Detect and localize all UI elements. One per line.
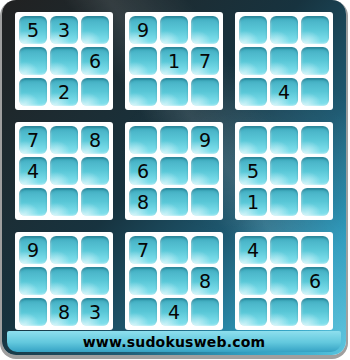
- box-2-2: 968: [125, 122, 223, 220]
- cell-r7c6[interactable]: [191, 236, 219, 264]
- cell-r6c6[interactable]: [191, 188, 219, 216]
- cell-r9c5[interactable]: 4: [160, 298, 188, 326]
- cell-r3c7[interactable]: [239, 78, 267, 106]
- cell-r7c7[interactable]: 4: [239, 236, 267, 264]
- box-3-1: 983: [15, 232, 113, 330]
- cell-r9c3[interactable]: 3: [81, 298, 109, 326]
- cell-r5c8[interactable]: [270, 157, 298, 185]
- cell-r5c2[interactable]: [50, 157, 78, 185]
- cell-r8c6[interactable]: 8: [191, 267, 219, 295]
- cell-r2c5[interactable]: 1: [160, 47, 188, 75]
- cell-r1c5[interactable]: [160, 16, 188, 44]
- cell-r3c5[interactable]: [160, 78, 188, 106]
- cell-r4c1[interactable]: 7: [19, 126, 47, 154]
- cell-r7c5[interactable]: [160, 236, 188, 264]
- cell-r5c9[interactable]: [301, 157, 329, 185]
- cell-r2c3[interactable]: 6: [81, 47, 109, 75]
- cell-r1c3[interactable]: [81, 16, 109, 44]
- cell-r1c1[interactable]: 5: [19, 16, 47, 44]
- sudoku-grid: 536291747849685198378446: [15, 12, 333, 330]
- cell-r2c7[interactable]: [239, 47, 267, 75]
- sudoku-board: 536291747849685198378446 www.sudokusweb.…: [2, 0, 346, 355]
- cell-r4c6[interactable]: 9: [191, 126, 219, 154]
- cell-r2c4[interactable]: [129, 47, 157, 75]
- cell-r4c5[interactable]: [160, 126, 188, 154]
- cell-r7c3[interactable]: [81, 236, 109, 264]
- box-2-1: 784: [15, 122, 113, 220]
- cell-r8c7[interactable]: [239, 267, 267, 295]
- cell-r5c4[interactable]: 6: [129, 157, 157, 185]
- cell-r9c1[interactable]: [19, 298, 47, 326]
- cell-r4c8[interactable]: [270, 126, 298, 154]
- cell-r5c3[interactable]: [81, 157, 109, 185]
- cell-r8c4[interactable]: [129, 267, 157, 295]
- cell-r4c9[interactable]: [301, 126, 329, 154]
- cell-r1c9[interactable]: [301, 16, 329, 44]
- cell-r8c5[interactable]: [160, 267, 188, 295]
- cell-r7c4[interactable]: 7: [129, 236, 157, 264]
- box-1-3: 4: [235, 12, 333, 110]
- cell-r4c4[interactable]: [129, 126, 157, 154]
- box-1-2: 917: [125, 12, 223, 110]
- cell-r6c5[interactable]: [160, 188, 188, 216]
- cell-r8c3[interactable]: [81, 267, 109, 295]
- cell-r8c1[interactable]: [19, 267, 47, 295]
- cell-r7c8[interactable]: [270, 236, 298, 264]
- cell-r5c6[interactable]: [191, 157, 219, 185]
- cell-r6c1[interactable]: [19, 188, 47, 216]
- cell-r6c3[interactable]: [81, 188, 109, 216]
- cell-r9c2[interactable]: 8: [50, 298, 78, 326]
- cell-r5c5[interactable]: [160, 157, 188, 185]
- cell-r5c1[interactable]: 4: [19, 157, 47, 185]
- cell-r1c7[interactable]: [239, 16, 267, 44]
- cell-r6c7[interactable]: 1: [239, 188, 267, 216]
- cell-r3c4[interactable]: [129, 78, 157, 106]
- cell-r2c2[interactable]: [50, 47, 78, 75]
- cell-r6c8[interactable]: [270, 188, 298, 216]
- cell-r4c2[interactable]: [50, 126, 78, 154]
- cell-r1c2[interactable]: 3: [50, 16, 78, 44]
- cell-r3c2[interactable]: 2: [50, 78, 78, 106]
- cell-r4c3[interactable]: 8: [81, 126, 109, 154]
- cell-r2c9[interactable]: [301, 47, 329, 75]
- cell-r3c1[interactable]: [19, 78, 47, 106]
- box-2-3: 51: [235, 122, 333, 220]
- sudoku-app: 536291747849685198378446 www.sudokusweb.…: [0, 0, 350, 360]
- cell-r9c6[interactable]: [191, 298, 219, 326]
- cell-r2c8[interactable]: [270, 47, 298, 75]
- cell-r8c8[interactable]: [270, 267, 298, 295]
- box-3-3: 46: [235, 232, 333, 330]
- website-link[interactable]: www.sudokusweb.com: [83, 334, 266, 350]
- cell-r3c6[interactable]: [191, 78, 219, 106]
- cell-r3c8[interactable]: 4: [270, 78, 298, 106]
- cell-r7c9[interactable]: [301, 236, 329, 264]
- cell-r8c2[interactable]: [50, 267, 78, 295]
- cell-r5c7[interactable]: 5: [239, 157, 267, 185]
- cell-r7c2[interactable]: [50, 236, 78, 264]
- cell-r3c3[interactable]: [81, 78, 109, 106]
- footer-bar: www.sudokusweb.com: [7, 331, 341, 352]
- cell-r9c7[interactable]: [239, 298, 267, 326]
- cell-r9c9[interactable]: [301, 298, 329, 326]
- cell-r6c4[interactable]: 8: [129, 188, 157, 216]
- cell-r9c8[interactable]: [270, 298, 298, 326]
- cell-r6c2[interactable]: [50, 188, 78, 216]
- cell-r1c6[interactable]: [191, 16, 219, 44]
- cell-r1c8[interactable]: [270, 16, 298, 44]
- cell-r4c7[interactable]: [239, 126, 267, 154]
- cell-r8c9[interactable]: 6: [301, 267, 329, 295]
- cell-r3c9[interactable]: [301, 78, 329, 106]
- cell-r1c4[interactable]: 9: [129, 16, 157, 44]
- cell-r6c9[interactable]: [301, 188, 329, 216]
- cell-r2c1[interactable]: [19, 47, 47, 75]
- cell-r7c1[interactable]: 9: [19, 236, 47, 264]
- cell-r2c6[interactable]: 7: [191, 47, 219, 75]
- box-3-2: 784: [125, 232, 223, 330]
- cell-r9c4[interactable]: [129, 298, 157, 326]
- box-1-1: 5362: [15, 12, 113, 110]
